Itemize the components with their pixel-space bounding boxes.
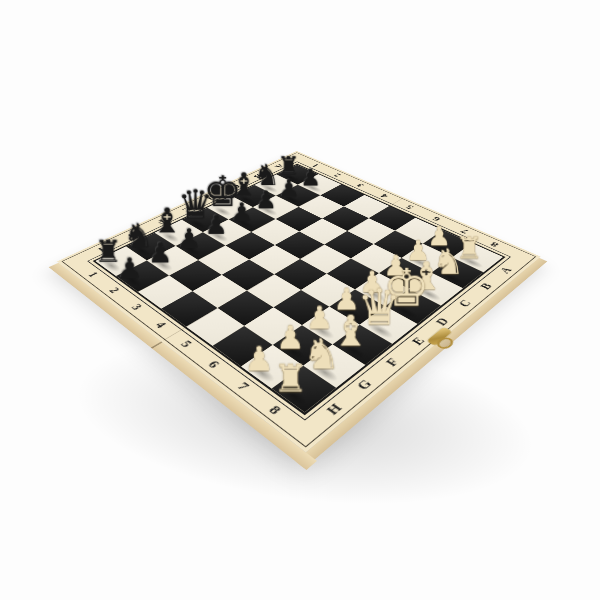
white-rook[interactable]: ♜ [268,360,314,399]
black-pawn[interactable]: ♟ [111,254,149,282]
product-photo-scene: ABCDEFGH ABCDEFGH 12345678 12345678 ♜♟♟♜… [0,0,600,600]
